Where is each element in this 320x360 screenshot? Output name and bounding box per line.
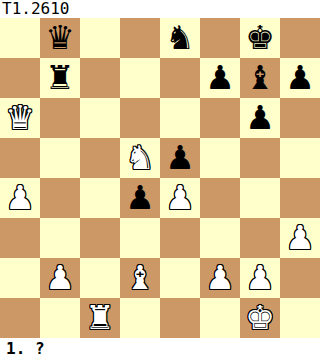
- square-f8[interactable]: [200, 18, 240, 58]
- square-b2[interactable]: ♟: [40, 258, 80, 298]
- piece-black-rook: ♜: [45, 58, 75, 98]
- square-d1[interactable]: [120, 298, 160, 338]
- piece-black-pawn: ♟: [245, 98, 275, 138]
- square-f6[interactable]: [200, 98, 240, 138]
- square-g1[interactable]: ♚: [240, 298, 280, 338]
- square-g3[interactable]: [240, 218, 280, 258]
- piece-black-knight: ♞: [165, 18, 195, 58]
- piece-white-pawn: ♟: [165, 178, 195, 218]
- square-b8[interactable]: ♛: [40, 18, 80, 58]
- square-c5[interactable]: [80, 138, 120, 178]
- square-e8[interactable]: ♞: [160, 18, 200, 58]
- piece-white-knight: ♞: [125, 138, 155, 178]
- square-d7[interactable]: [120, 58, 160, 98]
- square-a3[interactable]: [0, 218, 40, 258]
- square-b6[interactable]: [40, 98, 80, 138]
- square-d4[interactable]: ♟: [120, 178, 160, 218]
- square-g7[interactable]: ♝: [240, 58, 280, 98]
- square-a5[interactable]: [0, 138, 40, 178]
- square-f3[interactable]: [200, 218, 240, 258]
- move-prompt: 1. ?: [0, 338, 320, 360]
- square-h7[interactable]: ♟: [280, 58, 320, 98]
- square-a2[interactable]: [0, 258, 40, 298]
- square-c6[interactable]: [80, 98, 120, 138]
- square-g2[interactable]: ♟: [240, 258, 280, 298]
- square-a4[interactable]: ♟: [0, 178, 40, 218]
- square-b4[interactable]: [40, 178, 80, 218]
- square-d2[interactable]: ♝: [120, 258, 160, 298]
- square-b3[interactable]: [40, 218, 80, 258]
- square-f5[interactable]: [200, 138, 240, 178]
- puzzle-id: T1.2610: [0, 0, 320, 18]
- square-d3[interactable]: [120, 218, 160, 258]
- square-e5[interactable]: ♟: [160, 138, 200, 178]
- square-c7[interactable]: [80, 58, 120, 98]
- square-f7[interactable]: ♟: [200, 58, 240, 98]
- square-h2[interactable]: [280, 258, 320, 298]
- chess-puzzle-page: T1.2610 ♛♞♚♜♟♝♟♛♟♞♟♟♟♟♟♟♝♟♟♜♚ 1. ?: [0, 0, 320, 360]
- square-d8[interactable]: [120, 18, 160, 58]
- chess-board: ♛♞♚♜♟♝♟♛♟♞♟♟♟♟♟♟♝♟♟♜♚: [0, 18, 320, 338]
- square-c8[interactable]: [80, 18, 120, 58]
- piece-black-queen: ♛: [45, 18, 75, 58]
- square-a6[interactable]: ♛: [0, 98, 40, 138]
- square-d5[interactable]: ♞: [120, 138, 160, 178]
- piece-black-king: ♚: [245, 18, 275, 58]
- piece-white-pawn: ♟: [205, 258, 235, 298]
- square-h1[interactable]: [280, 298, 320, 338]
- piece-white-pawn: ♟: [5, 178, 35, 218]
- piece-white-pawn: ♟: [285, 218, 315, 258]
- square-b7[interactable]: ♜: [40, 58, 80, 98]
- square-f2[interactable]: ♟: [200, 258, 240, 298]
- square-e7[interactable]: [160, 58, 200, 98]
- square-g4[interactable]: [240, 178, 280, 218]
- square-h8[interactable]: [280, 18, 320, 58]
- square-e3[interactable]: [160, 218, 200, 258]
- square-h6[interactable]: [280, 98, 320, 138]
- piece-black-bishop: ♝: [245, 58, 275, 98]
- square-f1[interactable]: [200, 298, 240, 338]
- square-e2[interactable]: [160, 258, 200, 298]
- square-a8[interactable]: [0, 18, 40, 58]
- square-e6[interactable]: [160, 98, 200, 138]
- piece-white-bishop: ♝: [125, 258, 155, 298]
- piece-white-king: ♚: [245, 298, 275, 338]
- square-d6[interactable]: [120, 98, 160, 138]
- piece-black-pawn: ♟: [125, 178, 155, 218]
- square-e1[interactable]: [160, 298, 200, 338]
- square-h4[interactable]: [280, 178, 320, 218]
- piece-white-pawn: ♟: [245, 258, 275, 298]
- square-c2[interactable]: [80, 258, 120, 298]
- square-h5[interactable]: [280, 138, 320, 178]
- square-g8[interactable]: ♚: [240, 18, 280, 58]
- square-a7[interactable]: [0, 58, 40, 98]
- square-g5[interactable]: [240, 138, 280, 178]
- square-c1[interactable]: ♜: [80, 298, 120, 338]
- piece-black-pawn: ♟: [165, 138, 195, 178]
- square-b5[interactable]: [40, 138, 80, 178]
- square-b1[interactable]: [40, 298, 80, 338]
- square-g6[interactable]: ♟: [240, 98, 280, 138]
- piece-white-rook: ♜: [85, 298, 115, 338]
- piece-white-queen: ♛: [5, 98, 35, 138]
- piece-black-pawn: ♟: [205, 58, 235, 98]
- square-c3[interactable]: [80, 218, 120, 258]
- square-f4[interactable]: [200, 178, 240, 218]
- piece-white-pawn: ♟: [45, 258, 75, 298]
- square-h3[interactable]: ♟: [280, 218, 320, 258]
- square-a1[interactable]: [0, 298, 40, 338]
- square-c4[interactable]: [80, 178, 120, 218]
- square-e4[interactable]: ♟: [160, 178, 200, 218]
- piece-black-pawn: ♟: [285, 58, 315, 98]
